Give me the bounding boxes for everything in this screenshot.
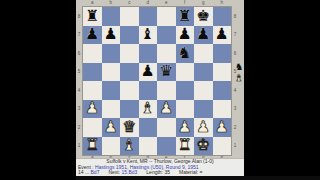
rank-label-6: 6: [76, 44, 82, 63]
square-a7[interactable]: ♟: [83, 26, 102, 45]
square-f2[interactable]: ♟: [176, 118, 195, 137]
square-a1[interactable]: ♜: [83, 137, 102, 156]
square-h7[interactable]: ♟: [213, 26, 232, 45]
square-c3[interactable]: [120, 100, 139, 119]
material-tray: ♞♝: [234, 62, 244, 82]
square-g6[interactable]: [194, 44, 213, 63]
square-d7[interactable]: ♝: [139, 26, 158, 45]
square-c1[interactable]: ♝: [120, 137, 139, 156]
square-b3[interactable]: [102, 100, 121, 119]
square-g1[interactable]: ♚: [194, 137, 213, 156]
square-e1[interactable]: [157, 137, 176, 156]
piece-white-bishop: ♝: [122, 138, 136, 154]
piece-black-rook: ♜: [178, 8, 192, 24]
piece-white-pawn: ♟: [196, 119, 210, 135]
square-f6[interactable]: ♞: [176, 44, 195, 63]
current-move-number: 14 ...: [78, 169, 91, 175]
bottom-strip: [76, 176, 320, 180]
piece-black-pawn: ♟: [85, 27, 99, 43]
square-b1[interactable]: [102, 137, 121, 156]
rank-label-1: 1: [232, 137, 238, 156]
material-black-knight-icon: ♞: [235, 62, 244, 72]
square-d1[interactable]: [139, 137, 158, 156]
piece-white-pawn: ♟: [85, 101, 99, 117]
piece-white-pawn: ♟: [159, 101, 173, 117]
square-h5[interactable]: [213, 63, 232, 82]
chess-board[interactable]: ♜♜♚♟♟♝♟♟♟♞♟♛♟♝♟♟♛♟♟♟♜♝♜♚: [83, 7, 231, 155]
piece-black-pawn: ♟: [196, 27, 210, 43]
piece-black-pawn: ♟: [215, 27, 229, 43]
piece-black-rook: ♜: [85, 8, 99, 24]
rank-label-3: 3: [232, 100, 238, 119]
caption-panel: Suffolk v Kent, MR -- Thurlow, George Al…: [76, 158, 244, 177]
square-g2[interactable]: ♟: [194, 118, 213, 137]
file-label-h: h: [213, 0, 232, 6]
square-g3[interactable]: [194, 100, 213, 119]
square-h2[interactable]: ♟: [213, 118, 232, 137]
rank-label-7: 7: [76, 26, 82, 45]
square-a3[interactable]: ♟: [83, 100, 102, 119]
piece-white-pawn: ♟: [104, 119, 118, 135]
file-label-d: d: [139, 0, 158, 6]
piece-white-rook: ♜: [85, 138, 99, 154]
material-label: Material:: [179, 169, 200, 175]
file-label-b: b: [102, 0, 121, 6]
rank-label-8: 8: [76, 7, 82, 26]
square-e5[interactable]: ♛: [157, 63, 176, 82]
square-g7[interactable]: ♟: [194, 26, 213, 45]
next-move-san: 15.Bd3: [121, 169, 137, 175]
piece-black-pawn: ♟: [141, 64, 155, 80]
board-panel: abcdefgh abcdefgh 87654321 87654321 ♜♜♚♟…: [76, 0, 244, 180]
piece-black-pawn: ♟: [104, 27, 118, 43]
material-value: =: [200, 169, 203, 175]
piece-white-pawn: ♟: [178, 119, 192, 135]
square-c4[interactable]: [120, 81, 139, 100]
pillarbox-left: [0, 0, 76, 180]
video-frame: abcdefgh abcdefgh 87654321 87654321 ♜♜♚♟…: [0, 0, 320, 180]
square-h3[interactable]: [213, 100, 232, 119]
piece-black-pawn: ♟: [178, 27, 192, 43]
piece-white-king: ♚: [196, 138, 210, 154]
square-b5[interactable]: [102, 63, 121, 82]
square-e2[interactable]: [157, 118, 176, 137]
square-a6[interactable]: [83, 44, 102, 63]
square-f5[interactable]: [176, 63, 195, 82]
rank-label-3: 3: [76, 100, 82, 119]
square-b8[interactable]: [102, 7, 121, 26]
square-f8[interactable]: ♜: [176, 7, 195, 26]
square-c2[interactable]: ♛: [120, 118, 139, 137]
square-h1[interactable]: [213, 137, 232, 156]
square-f7[interactable]: ♟: [176, 26, 195, 45]
square-h4[interactable]: [213, 81, 232, 100]
next-move-label: Next:: [108, 169, 121, 175]
material-white-bishop-icon: ♝: [235, 72, 244, 82]
rank-label-7: 7: [232, 26, 238, 45]
square-b7[interactable]: ♟: [102, 26, 121, 45]
rank-label-2: 2: [76, 118, 82, 137]
square-c6[interactable]: [120, 44, 139, 63]
square-a4[interactable]: [83, 81, 102, 100]
square-d4[interactable]: [139, 81, 158, 100]
file-label-c: c: [120, 0, 139, 6]
square-g4[interactable]: [194, 81, 213, 100]
current-move-san: Bd7: [91, 169, 100, 175]
square-h6[interactable]: [213, 44, 232, 63]
square-g8[interactable]: ♚: [194, 7, 213, 26]
square-g5[interactable]: [194, 63, 213, 82]
square-a2[interactable]: [83, 118, 102, 137]
square-f3[interactable]: [176, 100, 195, 119]
square-e4[interactable]: [157, 81, 176, 100]
square-h8[interactable]: [213, 7, 232, 26]
piece-black-bishop: ♝: [141, 27, 155, 43]
rank-label-5: 5: [76, 63, 82, 82]
length-label: Length:: [146, 169, 164, 175]
square-d6[interactable]: [139, 44, 158, 63]
rank-label-4: 4: [76, 81, 82, 100]
square-b6[interactable]: [102, 44, 121, 63]
rank-labels-left: 87654321: [76, 7, 82, 155]
piece-black-king: ♚: [196, 8, 210, 24]
square-c5[interactable]: [120, 63, 139, 82]
file-label-e: e: [157, 0, 176, 6]
square-d2[interactable]: [139, 118, 158, 137]
square-c7[interactable]: [120, 26, 139, 45]
piece-white-bishop: ♝: [141, 101, 155, 117]
square-a8[interactable]: ♜: [83, 7, 102, 26]
piece-white-rook: ♜: [178, 138, 192, 154]
square-b4[interactable]: [102, 81, 121, 100]
rank-label-8: 8: [232, 7, 238, 26]
square-d3[interactable]: ♝: [139, 100, 158, 119]
pillarbox-right: [244, 0, 320, 180]
length-value: 35: [164, 169, 170, 175]
square-e8[interactable]: [157, 7, 176, 26]
rank-label-4: 4: [232, 81, 238, 100]
rank-label-1: 1: [76, 137, 82, 156]
piece-white-pawn: ♟: [215, 119, 229, 135]
piece-black-queen: ♛: [159, 64, 173, 80]
square-e6[interactable]: [157, 44, 176, 63]
square-b2[interactable]: ♟: [102, 118, 121, 137]
square-f1[interactable]: ♜: [176, 137, 195, 156]
square-a5[interactable]: [83, 63, 102, 82]
rank-label-2: 2: [232, 118, 238, 137]
square-c8[interactable]: [120, 7, 139, 26]
square-d8[interactable]: [139, 7, 158, 26]
square-e3[interactable]: ♟: [157, 100, 176, 119]
square-e7[interactable]: [157, 26, 176, 45]
piece-black-knight: ♞: [178, 45, 192, 61]
square-d5[interactable]: ♟: [139, 63, 158, 82]
piece-white-queen: ♛: [122, 119, 136, 135]
square-f4[interactable]: [176, 81, 195, 100]
